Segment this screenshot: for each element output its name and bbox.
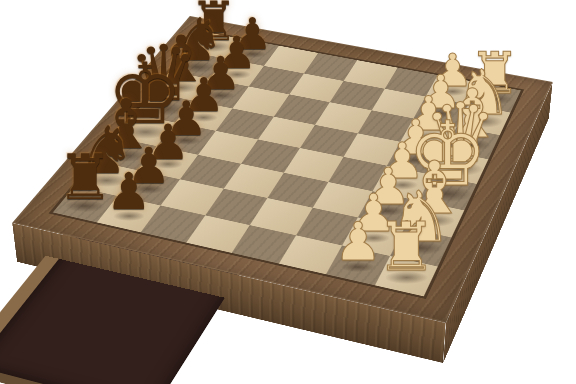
- scene: [0, 0, 576, 384]
- chess-box-photo: ♜♟♞♟♝♟♟♜♛♟♟♞♚♟♟♝♝♟♟♛♞♟♟♚♜♟♟♝♟♞♟♜: [0, 0, 576, 384]
